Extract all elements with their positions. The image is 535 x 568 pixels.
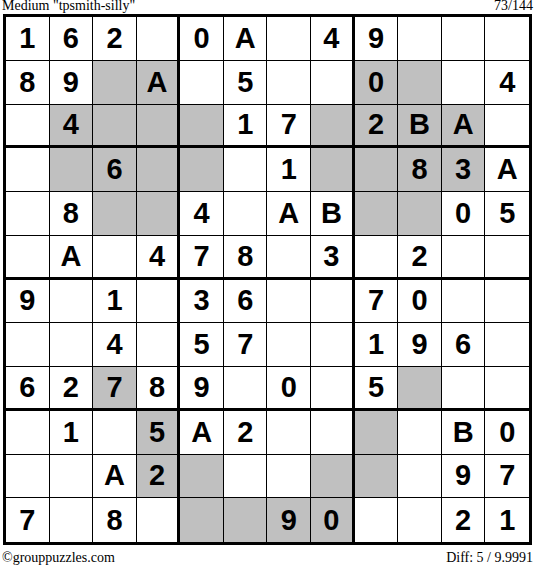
cell-r11c12: 7 bbox=[485, 455, 529, 499]
cell-r1c10[interactable] bbox=[398, 17, 442, 61]
cell-r2c4: A bbox=[137, 61, 181, 105]
cell-r7c6: 6 bbox=[224, 280, 268, 324]
cell-r8c3: 4 bbox=[93, 323, 137, 367]
cell-r4c5[interactable] bbox=[180, 148, 224, 192]
cell-r9c11[interactable] bbox=[442, 367, 486, 411]
cell-r11c11: 9 bbox=[442, 455, 486, 499]
cell-r4c9[interactable] bbox=[355, 148, 399, 192]
cell-r1c12[interactable] bbox=[485, 17, 529, 61]
cell-r8c4[interactable] bbox=[137, 323, 181, 367]
cell-r1c4[interactable] bbox=[137, 17, 181, 61]
cell-r11c3: A bbox=[93, 455, 137, 499]
cell-r12c12: 1 bbox=[485, 498, 529, 542]
cell-r3c1[interactable] bbox=[6, 105, 50, 149]
puzzle-title: Medium "tpsmith-silly" bbox=[2, 0, 135, 13]
cell-r9c2: 2 bbox=[50, 367, 94, 411]
cell-r10c3[interactable] bbox=[93, 411, 137, 455]
cell-r3c9: 2 bbox=[355, 105, 399, 149]
cell-r7c9: 7 bbox=[355, 280, 399, 324]
header: Medium "tpsmith-silly" 73/144 bbox=[2, 0, 533, 13]
cell-r6c4: 4 bbox=[137, 236, 181, 280]
cell-r5c7: A bbox=[267, 192, 311, 236]
cell-r7c1: 9 bbox=[6, 280, 50, 324]
cell-r2c8[interactable] bbox=[311, 61, 355, 105]
cell-r10c12: 0 bbox=[485, 411, 529, 455]
cell-r8c11: 6 bbox=[442, 323, 486, 367]
cell-r4c7: 1 bbox=[267, 148, 311, 192]
cell-r7c5: 3 bbox=[180, 280, 224, 324]
cell-r12c1: 7 bbox=[6, 498, 50, 542]
cell-r3c3[interactable] bbox=[93, 105, 137, 149]
cell-r6c8: 3 bbox=[311, 236, 355, 280]
cell-r9c3: 7 bbox=[93, 367, 137, 411]
cell-r8c6: 7 bbox=[224, 323, 268, 367]
cell-r12c9[interactable] bbox=[355, 498, 399, 542]
cell-r12c4[interactable] bbox=[137, 498, 181, 542]
cell-r10c1[interactable] bbox=[6, 411, 50, 455]
cell-r3c12[interactable] bbox=[485, 105, 529, 149]
cell-r9c1: 6 bbox=[6, 367, 50, 411]
cell-r5c8: B bbox=[311, 192, 355, 236]
cell-r5c11: 0 bbox=[442, 192, 486, 236]
cell-r3c2: 4 bbox=[50, 105, 94, 149]
cell-r11c2[interactable] bbox=[50, 455, 94, 499]
cell-r12c7: 9 bbox=[267, 498, 311, 542]
cell-r6c2: A bbox=[50, 236, 94, 280]
cell-r5c9[interactable] bbox=[355, 192, 399, 236]
cell-r11c9[interactable] bbox=[355, 455, 399, 499]
cell-r8c7[interactable] bbox=[267, 323, 311, 367]
cell-r7c8[interactable] bbox=[311, 280, 355, 324]
cell-r2c11[interactable] bbox=[442, 61, 486, 105]
cell-r2c12: 4 bbox=[485, 61, 529, 105]
cell-r2c7[interactable] bbox=[267, 61, 311, 105]
cell-r10c6: 2 bbox=[224, 411, 268, 455]
cell-r1c11[interactable] bbox=[442, 17, 486, 61]
cell-r5c1[interactable] bbox=[6, 192, 50, 236]
cell-r6c12[interactable] bbox=[485, 236, 529, 280]
cell-r8c2[interactable] bbox=[50, 323, 94, 367]
cell-r11c5[interactable] bbox=[180, 455, 224, 499]
cell-r7c4[interactable] bbox=[137, 280, 181, 324]
cell-r10c9[interactable] bbox=[355, 411, 399, 455]
cell-r7c2[interactable] bbox=[50, 280, 94, 324]
cell-r4c2[interactable] bbox=[50, 148, 94, 192]
cell-r12c2[interactable] bbox=[50, 498, 94, 542]
cell-r11c4: 2 bbox=[137, 455, 181, 499]
cell-r6c3[interactable] bbox=[93, 236, 137, 280]
cell-r9c12[interactable] bbox=[485, 367, 529, 411]
cell-r3c6: 1 bbox=[224, 105, 268, 149]
cell-r7c7[interactable] bbox=[267, 280, 311, 324]
cell-r8c8[interactable] bbox=[311, 323, 355, 367]
cell-r1c5: 0 bbox=[180, 17, 224, 61]
cell-r8c1[interactable] bbox=[6, 323, 50, 367]
cell-r9c6[interactable] bbox=[224, 367, 268, 411]
cell-r4c3: 6 bbox=[93, 148, 137, 192]
cell-r5c2: 8 bbox=[50, 192, 94, 236]
cell-r9c8[interactable] bbox=[311, 367, 355, 411]
cell-r10c11: B bbox=[442, 411, 486, 455]
cell-r3c11: A bbox=[442, 105, 486, 149]
cell-r5c12: 5 bbox=[485, 192, 529, 236]
cell-r10c5: A bbox=[180, 411, 224, 455]
cell-r1c9: 9 bbox=[355, 17, 399, 61]
cell-r7c12[interactable] bbox=[485, 280, 529, 324]
difficulty-text: Diff: 5 / 9.9991 bbox=[446, 549, 533, 567]
cell-r5c10[interactable] bbox=[398, 192, 442, 236]
cell-r4c12: A bbox=[485, 148, 529, 192]
cell-r10c8[interactable] bbox=[311, 411, 355, 455]
cell-r4c8[interactable] bbox=[311, 148, 355, 192]
cell-r4c11: 3 bbox=[442, 148, 486, 192]
cell-r6c6: 8 bbox=[224, 236, 268, 280]
cell-r7c3: 1 bbox=[93, 280, 137, 324]
cell-r2c9: 0 bbox=[355, 61, 399, 105]
cell-r2c3[interactable] bbox=[93, 61, 137, 105]
cell-r5c4[interactable] bbox=[137, 192, 181, 236]
cell-r1c2: 6 bbox=[50, 17, 94, 61]
cell-r6c7[interactable] bbox=[267, 236, 311, 280]
cell-r8c9: 1 bbox=[355, 323, 399, 367]
cell-r9c9: 5 bbox=[355, 367, 399, 411]
cell-r8c12[interactable] bbox=[485, 323, 529, 367]
cell-r3c4[interactable] bbox=[137, 105, 181, 149]
cell-r10c4: 5 bbox=[137, 411, 181, 455]
cell-r5c5: 4 bbox=[180, 192, 224, 236]
cell-r4c1[interactable] bbox=[6, 148, 50, 192]
cell-r1c3: 2 bbox=[93, 17, 137, 61]
puzzle-counter: 73/144 bbox=[494, 0, 533, 13]
cell-r1c1: 1 bbox=[6, 17, 50, 61]
cell-r6c5: 7 bbox=[180, 236, 224, 280]
cell-r6c1[interactable] bbox=[6, 236, 50, 280]
cell-r5c3[interactable] bbox=[93, 192, 137, 236]
cell-r4c10: 8 bbox=[398, 148, 442, 192]
cell-r11c7[interactable] bbox=[267, 455, 311, 499]
cell-r9c10[interactable] bbox=[398, 367, 442, 411]
cell-r2c10[interactable] bbox=[398, 61, 442, 105]
cell-r7c10: 0 bbox=[398, 280, 442, 324]
cell-r3c10: B bbox=[398, 105, 442, 149]
cell-r11c6[interactable] bbox=[224, 455, 268, 499]
cell-r10c2: 1 bbox=[50, 411, 94, 455]
cell-r3c8[interactable] bbox=[311, 105, 355, 149]
cell-r12c10[interactable] bbox=[398, 498, 442, 542]
cell-r1c7[interactable] bbox=[267, 17, 311, 61]
cell-r2c6: 5 bbox=[224, 61, 268, 105]
cell-r1c6: A bbox=[224, 17, 268, 61]
cell-r12c3: 8 bbox=[93, 498, 137, 542]
cell-r10c10[interactable] bbox=[398, 411, 442, 455]
puzzle-page: Medium "tpsmith-silly" 73/144 1620A4989A… bbox=[0, 0, 535, 568]
cell-r7c11[interactable] bbox=[442, 280, 486, 324]
cell-r8c5: 5 bbox=[180, 323, 224, 367]
cell-r5c6[interactable] bbox=[224, 192, 268, 236]
cell-r4c6[interactable] bbox=[224, 148, 268, 192]
cell-r2c2: 9 bbox=[50, 61, 94, 105]
footer: ©grouppuzzles.com Diff: 5 / 9.9991 bbox=[2, 549, 533, 567]
cell-r6c9[interactable] bbox=[355, 236, 399, 280]
cell-r9c7: 0 bbox=[267, 367, 311, 411]
cell-r3c7: 7 bbox=[267, 105, 311, 149]
cell-r12c8: 0 bbox=[311, 498, 355, 542]
cell-r3c5[interactable] bbox=[180, 105, 224, 149]
cell-r9c5: 9 bbox=[180, 367, 224, 411]
cell-r9c4: 8 bbox=[137, 367, 181, 411]
cell-r12c6[interactable] bbox=[224, 498, 268, 542]
cell-r2c5[interactable] bbox=[180, 61, 224, 105]
cell-r11c10[interactable] bbox=[398, 455, 442, 499]
cell-r11c8[interactable] bbox=[311, 455, 355, 499]
cell-r6c11[interactable] bbox=[442, 236, 486, 280]
cell-r2c1: 8 bbox=[6, 61, 50, 105]
sudoku-board: 1620A4989A5044172BA6183A84AB05A478329136… bbox=[3, 14, 532, 545]
cell-r10c7[interactable] bbox=[267, 411, 311, 455]
copyright-text: ©grouppuzzles.com bbox=[2, 549, 115, 567]
cell-r8c10: 9 bbox=[398, 323, 442, 367]
cell-r11c1[interactable] bbox=[6, 455, 50, 499]
cell-r12c5[interactable] bbox=[180, 498, 224, 542]
cell-r12c11: 2 bbox=[442, 498, 486, 542]
cell-r6c10: 2 bbox=[398, 236, 442, 280]
cell-r4c4[interactable] bbox=[137, 148, 181, 192]
cell-r1c8: 4 bbox=[311, 17, 355, 61]
